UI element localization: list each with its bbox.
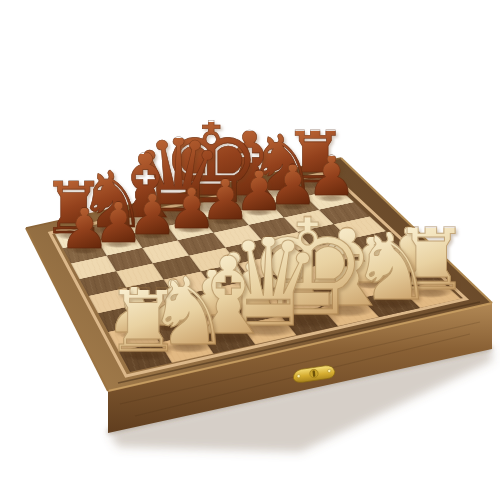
chess-set-photo: ♜♞♝♛♚♝♞♜♟♟♟♟♟♟♟♟♟♟♟♟♟♟♟♟♜♞♝♛♚♝♞♜ [0,0,500,500]
